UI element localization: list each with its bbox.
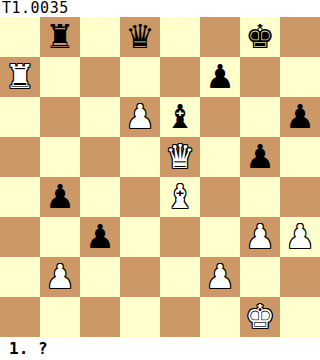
- piece-white-pawn: ♟: [200, 257, 240, 297]
- square-g4[interactable]: [240, 177, 280, 217]
- square-g2[interactable]: [240, 257, 280, 297]
- square-a6[interactable]: [0, 97, 40, 137]
- square-b6[interactable]: [40, 97, 80, 137]
- square-b4[interactable]: ♟: [40, 177, 80, 217]
- square-g8[interactable]: ♚: [240, 17, 280, 57]
- piece-white-pawn: ♟: [240, 217, 280, 257]
- piece-white-queen: ♛: [160, 137, 200, 177]
- piece-white-rook: ♜: [0, 57, 40, 97]
- puzzle-window: T1.0035 ♜♛♚♜♟♟♝♟♛♟♟♝♟♟♟♟♟♚ 1. ?: [0, 0, 320, 360]
- piece-black-bishop: ♝: [160, 97, 200, 137]
- piece-white-pawn: ♟: [120, 97, 160, 137]
- square-h6[interactable]: ♟: [280, 97, 320, 137]
- square-b7[interactable]: [40, 57, 80, 97]
- piece-black-pawn: ♟: [240, 137, 280, 177]
- square-h3[interactable]: ♟: [280, 217, 320, 257]
- square-g7[interactable]: [240, 57, 280, 97]
- piece-black-pawn: ♟: [200, 57, 240, 97]
- square-b8[interactable]: ♜: [40, 17, 80, 57]
- square-a8[interactable]: [0, 17, 40, 57]
- square-c5[interactable]: [80, 137, 120, 177]
- square-a7[interactable]: ♜: [0, 57, 40, 97]
- square-c1[interactable]: [80, 297, 120, 337]
- square-d4[interactable]: [120, 177, 160, 217]
- square-d2[interactable]: [120, 257, 160, 297]
- square-a3[interactable]: [0, 217, 40, 257]
- move-prompt: 1. ?: [0, 337, 320, 360]
- square-f8[interactable]: [200, 17, 240, 57]
- square-b3[interactable]: [40, 217, 80, 257]
- square-f5[interactable]: [200, 137, 240, 177]
- square-c6[interactable]: [80, 97, 120, 137]
- square-d8[interactable]: ♛: [120, 17, 160, 57]
- square-e3[interactable]: [160, 217, 200, 257]
- square-a1[interactable]: [0, 297, 40, 337]
- square-e6[interactable]: ♝: [160, 97, 200, 137]
- square-e1[interactable]: [160, 297, 200, 337]
- square-e7[interactable]: [160, 57, 200, 97]
- square-f6[interactable]: [200, 97, 240, 137]
- square-a2[interactable]: [0, 257, 40, 297]
- square-d3[interactable]: [120, 217, 160, 257]
- square-h8[interactable]: [280, 17, 320, 57]
- square-h4[interactable]: [280, 177, 320, 217]
- square-d6[interactable]: ♟: [120, 97, 160, 137]
- square-f1[interactable]: [200, 297, 240, 337]
- square-f7[interactable]: ♟: [200, 57, 240, 97]
- square-e8[interactable]: [160, 17, 200, 57]
- square-h1[interactable]: [280, 297, 320, 337]
- square-b2[interactable]: ♟: [40, 257, 80, 297]
- piece-white-bishop: ♝: [160, 177, 200, 217]
- square-g6[interactable]: [240, 97, 280, 137]
- piece-white-pawn: ♟: [280, 217, 320, 257]
- square-b5[interactable]: [40, 137, 80, 177]
- piece-white-king: ♚: [240, 297, 280, 337]
- square-c4[interactable]: [80, 177, 120, 217]
- square-d7[interactable]: [120, 57, 160, 97]
- square-f4[interactable]: [200, 177, 240, 217]
- puzzle-id: T1.0035: [0, 0, 320, 17]
- square-f3[interactable]: [200, 217, 240, 257]
- square-c7[interactable]: [80, 57, 120, 97]
- square-c2[interactable]: [80, 257, 120, 297]
- piece-black-pawn: ♟: [280, 97, 320, 137]
- square-d1[interactable]: [120, 297, 160, 337]
- piece-black-king: ♚: [240, 17, 280, 57]
- square-c3[interactable]: ♟: [80, 217, 120, 257]
- square-b1[interactable]: [40, 297, 80, 337]
- square-f2[interactable]: ♟: [200, 257, 240, 297]
- square-e4[interactable]: ♝: [160, 177, 200, 217]
- square-g1[interactable]: ♚: [240, 297, 280, 337]
- square-e2[interactable]: [160, 257, 200, 297]
- piece-white-pawn: ♟: [40, 257, 80, 297]
- piece-black-rook: ♜: [40, 17, 80, 57]
- square-e5[interactable]: ♛: [160, 137, 200, 177]
- chess-board: ♜♛♚♜♟♟♝♟♛♟♟♝♟♟♟♟♟♚: [0, 17, 320, 337]
- square-g5[interactable]: ♟: [240, 137, 280, 177]
- square-h5[interactable]: [280, 137, 320, 177]
- piece-black-pawn: ♟: [40, 177, 80, 217]
- square-d5[interactable]: [120, 137, 160, 177]
- square-a4[interactable]: [0, 177, 40, 217]
- square-h7[interactable]: [280, 57, 320, 97]
- square-h2[interactable]: [280, 257, 320, 297]
- square-g3[interactable]: ♟: [240, 217, 280, 257]
- piece-black-pawn: ♟: [80, 217, 120, 257]
- square-a5[interactable]: [0, 137, 40, 177]
- square-c8[interactable]: [80, 17, 120, 57]
- piece-black-queen: ♛: [120, 17, 160, 57]
